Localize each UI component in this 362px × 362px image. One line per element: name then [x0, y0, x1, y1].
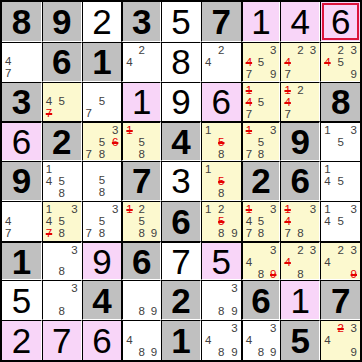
cell-value: 2: [92, 4, 111, 39]
candidate-2: 2: [335, 44, 346, 56]
candidate-grid: 57: [83, 83, 122, 122]
cell-r4c7[interactable]: 13578: [241, 121, 281, 161]
cell-r7c4[interactable]: 6: [121, 241, 161, 281]
candidate-5: 5: [256, 96, 266, 108]
candidate-9: [147, 148, 157, 160]
candidate-6: [266, 56, 276, 68]
candidate-8: 8: [96, 186, 107, 198]
candidate-1: [46, 244, 57, 256]
candidate-8: 8: [256, 148, 266, 160]
cell-r3c4[interactable]: 1: [121, 82, 161, 122]
candidate-6: [227, 175, 238, 187]
cell-r2c6[interactable]: 24: [201, 42, 241, 82]
cell-r5c5[interactable]: 3: [161, 161, 201, 201]
cell-r7c8[interactable]: 2348: [280, 241, 320, 281]
candidate-1: [205, 322, 216, 334]
candidate-7: [324, 346, 335, 358]
candidate-8: [335, 346, 346, 358]
cell-r6c8[interactable]: 13478: [280, 201, 320, 241]
candidate-grid: 489: [123, 321, 160, 360]
candidate-6: [107, 215, 118, 227]
cell-value: 8: [331, 84, 350, 119]
candidate-2: [137, 322, 147, 334]
candidate-3: 3: [227, 322, 238, 334]
candidate-5: [256, 334, 266, 346]
candidate-3: 3: [346, 44, 357, 56]
cell-r6c6[interactable]: 12589: [201, 201, 241, 241]
cell-r8c6[interactable]: 389: [201, 280, 241, 320]
cell-r6c7[interactable]: 134578: [241, 201, 281, 241]
candidate-grid: 35678: [83, 123, 122, 160]
cell-r1c1[interactable]: 8: [2, 2, 42, 42]
candidate-5: 5: [96, 136, 107, 148]
candidate-2: [16, 203, 27, 215]
candidate-3: [27, 44, 38, 55]
cell-r7c6[interactable]: 5: [201, 241, 241, 281]
candidate-2: [96, 163, 107, 174]
candidate-2: [216, 322, 227, 334]
cell-r4c3[interactable]: 35678: [82, 121, 122, 161]
cell-r1c4[interactable]: 3: [121, 2, 161, 42]
candidate-6: [67, 256, 78, 266]
candidate-6: [147, 136, 157, 148]
cell-r9c3[interactable]: 6: [82, 320, 122, 360]
candidate-grid: 38: [43, 243, 81, 280]
candidate-6: [346, 56, 357, 68]
candidate-1: 1: [205, 124, 216, 136]
cell-r6c1[interactable]: 47: [2, 201, 42, 241]
cell-r2c5[interactable]: 8: [161, 42, 201, 82]
candidate-3: 3: [266, 44, 276, 56]
cell-r5c2[interactable]: 1458: [42, 161, 82, 201]
cell-value: 2: [12, 323, 31, 358]
cell-r3c1[interactable]: 3: [2, 82, 42, 122]
candidate-4: [86, 215, 97, 227]
candidate-5: 5: [216, 215, 227, 227]
candidate-5: 5: [256, 215, 266, 227]
cell-r5c8[interactable]: 6: [280, 161, 320, 201]
candidate-1: [86, 84, 97, 96]
cell-r5c9[interactable]: 145: [320, 161, 360, 201]
candidate-8: [96, 107, 107, 119]
candidate-3: [107, 84, 118, 96]
cell-r1c7[interactable]: 1: [241, 2, 281, 42]
candidate-7: [205, 68, 216, 79]
candidate-8: [16, 67, 27, 79]
candidate-8: 8: [216, 346, 227, 358]
candidate-grid: 2347: [281, 43, 319, 81]
cell-value: 1: [251, 4, 270, 39]
candidate-grid: 1247: [281, 83, 319, 122]
candidate-6: [346, 334, 357, 346]
candidate-4: 4: [46, 175, 57, 187]
candidate-6: [147, 56, 157, 68]
cell-r7c2[interactable]: 38: [42, 241, 82, 281]
candidate-7: [86, 186, 97, 198]
candidate-9: [266, 108, 276, 120]
candidate-3: [147, 44, 157, 56]
candidate-8: 8: [137, 148, 147, 160]
candidate-7: [126, 148, 136, 160]
candidate-7: [246, 346, 256, 358]
candidate-5: 5: [56, 95, 67, 107]
candidate-5: 5: [335, 56, 346, 68]
candidate-7: [46, 265, 57, 277]
cell-r1c6[interactable]: 7: [201, 2, 241, 42]
candidate-6: [266, 96, 276, 108]
candidate-7: [205, 227, 216, 239]
candidate-grid: 1457: [243, 83, 280, 122]
cell-r5c7[interactable]: 2: [241, 161, 281, 201]
candidate-grid: 158: [202, 162, 241, 200]
candidate-7: [246, 268, 256, 280]
candidate-3: [346, 163, 357, 175]
cell-r2c8[interactable]: 2347: [280, 42, 320, 82]
candidate-8: 8: [216, 187, 227, 199]
candidate-3: [227, 124, 238, 136]
cell-r9c7[interactable]: 3489: [241, 320, 281, 360]
cell-r4c1[interactable]: 6: [2, 121, 42, 161]
cell-r4c6[interactable]: 158: [201, 121, 241, 161]
candidate-2: [335, 163, 346, 175]
cell-r9c5[interactable]: 1: [161, 320, 201, 360]
candidate-6: [227, 334, 238, 346]
candidate-6: [227, 56, 238, 68]
candidate-8: [137, 68, 147, 79]
cell-value: 5: [12, 283, 31, 318]
cell-r9c1[interactable]: 2: [2, 320, 42, 360]
cell-r7c9[interactable]: 2349: [320, 241, 360, 281]
candidate-6: [346, 215, 357, 227]
candidate-1: 1: [46, 203, 57, 215]
candidate-5: 5: [216, 136, 227, 148]
candidate-2: [256, 203, 266, 215]
candidate-6: [346, 256, 357, 268]
candidate-grid: 3578: [83, 202, 122, 241]
cell-value: 6: [12, 124, 31, 159]
candidate-1: 1: [205, 203, 216, 215]
candidate-2: 2: [216, 44, 227, 56]
cell-value: 6: [251, 283, 270, 318]
cell-value: 2: [171, 283, 190, 318]
candidate-6: [147, 294, 157, 305]
candidate-1: 1: [205, 163, 216, 175]
candidate-9: 9: [346, 346, 357, 358]
cell-r7c5[interactable]: 7: [161, 241, 201, 281]
candidate-3: 3: [346, 203, 357, 215]
candidate-6: [346, 175, 357, 187]
candidate-1: 1: [324, 163, 335, 175]
cell-r9c9[interactable]: 2349: [320, 320, 360, 360]
candidate-8: [335, 187, 346, 198]
candidate-2: [137, 124, 147, 136]
candidate-2: [56, 244, 67, 256]
candidate-7: [324, 187, 335, 198]
cell-r3c3[interactable]: 57: [82, 82, 122, 122]
candidate-4: [205, 294, 216, 305]
candidate-3: 3: [306, 203, 317, 215]
candidate-6: [306, 256, 317, 268]
candidate-8: 8: [295, 268, 306, 280]
cell-r5c6[interactable]: 158: [201, 161, 241, 201]
candidate-7: 7: [46, 227, 57, 239]
cell-r6c9[interactable]: 1345: [320, 201, 360, 241]
candidate-7: 7: [86, 148, 97, 160]
cell-r9c6[interactable]: 3489: [201, 320, 241, 360]
candidate-2: [256, 322, 266, 334]
candidate-5: 5: [216, 175, 227, 187]
cell-value: 6: [132, 244, 151, 279]
candidate-4: [205, 136, 216, 148]
candidate-1: 1: [284, 203, 295, 215]
candidate-6: [266, 256, 276, 268]
candidate-2: [56, 163, 67, 175]
candidate-4: 4: [324, 334, 335, 346]
candidate-9: 9: [346, 268, 357, 280]
candidate-2: 2: [216, 203, 227, 215]
cell-r6c3[interactable]: 3578: [82, 201, 122, 241]
candidate-8: 8: [137, 305, 147, 317]
cell-r5c1[interactable]: 9: [2, 161, 42, 201]
candidate-9: [306, 268, 317, 280]
candidate-5: 5: [137, 136, 147, 148]
candidate-3: 3: [227, 282, 238, 294]
cell-r1c9[interactable]: 6: [320, 2, 360, 42]
candidate-grid: 2348: [281, 243, 319, 280]
candidate-1: [205, 44, 216, 56]
candidate-2: [137, 282, 147, 293]
candidate-3: 3: [67, 203, 78, 215]
candidate-2: [335, 124, 346, 136]
candidate-2: [256, 244, 266, 256]
candidate-8: [335, 68, 346, 80]
candidate-4: 4: [246, 334, 256, 346]
cell-r2c3[interactable]: 1: [82, 42, 122, 82]
candidate-grid: 389: [202, 281, 241, 319]
candidate-3: 3: [266, 203, 276, 215]
candidate-8: [335, 148, 346, 158]
candidate-7: [284, 268, 295, 280]
cell-r1c3[interactable]: 2: [82, 2, 122, 42]
candidate-grid: 23459: [321, 43, 360, 81]
candidate-5: [137, 56, 147, 68]
candidate-8: [295, 68, 306, 80]
candidate-6: [67, 95, 78, 107]
candidate-3: 3: [346, 124, 357, 136]
cell-r8c7[interactable]: 6: [241, 280, 281, 320]
candidate-5: 5: [56, 175, 67, 187]
candidate-3: 3: [266, 244, 276, 256]
candidate-9: [107, 107, 118, 119]
cell-r5c3[interactable]: 58: [82, 161, 122, 201]
candidate-2: [216, 163, 227, 175]
cell-r7c7[interactable]: 3489: [241, 241, 281, 281]
cell-r3c5[interactable]: 9: [161, 82, 201, 122]
candidate-8: 8: [56, 305, 67, 317]
candidate-grid: 3489: [202, 321, 241, 360]
candidate-7: [324, 268, 335, 280]
cell-r3c8[interactable]: 1247: [280, 82, 320, 122]
candidate-5: 5: [96, 174, 107, 186]
candidate-2: 2: [295, 244, 306, 256]
cell-r2c1[interactable]: 47: [2, 42, 42, 82]
candidate-7: 7: [86, 227, 97, 239]
candidate-grid: 3489: [243, 321, 280, 360]
candidate-5: [216, 56, 227, 68]
cell-r8c9[interactable]: 7: [320, 280, 360, 320]
cell-r7c3[interactable]: 9: [82, 241, 122, 281]
candidate-2: [216, 282, 227, 294]
candidate-4: [205, 215, 216, 227]
candidate-4: [126, 294, 136, 305]
cell-r1c8[interactable]: 4: [280, 2, 320, 42]
candidate-9: [346, 187, 357, 198]
candidate-9: [67, 305, 78, 317]
candidate-6: [227, 136, 238, 148]
candidate-3: [227, 44, 238, 56]
candidate-6: [306, 56, 317, 68]
cell-r8c1[interactable]: 5: [2, 280, 42, 320]
cell-r9c8[interactable]: 5: [280, 320, 320, 360]
candidate-4: 4: [324, 56, 335, 68]
candidate-9: 9: [147, 346, 157, 358]
candidate-5: [56, 256, 67, 266]
cell-r3c6[interactable]: 6: [201, 82, 241, 122]
cell-r5c4[interactable]: 7: [121, 161, 161, 201]
candidate-9: [227, 148, 238, 160]
candidate-grid: 3489: [243, 243, 280, 280]
candidate-1: [5, 203, 16, 215]
candidate-4: 4: [284, 96, 295, 108]
candidate-8: 8: [56, 187, 67, 199]
candidate-8: [16, 227, 27, 239]
cell-r6c2[interactable]: 134578: [42, 201, 82, 241]
candidate-4: [46, 256, 57, 266]
candidate-8: 8: [216, 148, 227, 160]
cell-r8c4[interactable]: 89: [121, 280, 161, 320]
cell-r2c7[interactable]: 34579: [241, 42, 281, 82]
candidate-5: [16, 55, 27, 67]
candidate-2: [216, 124, 227, 136]
candidate-7: 7: [5, 67, 16, 79]
candidate-1: [324, 44, 335, 56]
candidate-5: 5: [96, 95, 107, 107]
candidate-4: 4: [246, 215, 256, 227]
candidate-7: [126, 68, 136, 79]
candidate-grid: 2349: [321, 243, 360, 280]
cell-r8c5[interactable]: 2: [161, 280, 201, 320]
candidate-6: [306, 215, 317, 227]
cell-r7c1[interactable]: 1: [2, 241, 42, 281]
cell-r4c2[interactable]: 2: [42, 121, 82, 161]
candidate-5: [335, 256, 346, 268]
cell-r4c8[interactable]: 9: [280, 121, 320, 161]
cell-r4c5[interactable]: 4: [161, 121, 201, 161]
candidate-5: [56, 294, 67, 305]
cell-r2c4[interactable]: 24: [121, 42, 161, 82]
cell-value: 7: [52, 323, 71, 358]
cell-r8c8[interactable]: 1: [280, 280, 320, 320]
candidate-4: 4: [126, 334, 136, 346]
candidate-grid: 89: [123, 281, 160, 319]
cell-r6c4[interactable]: 12589: [121, 201, 161, 241]
cell-r8c2[interactable]: 38: [42, 280, 82, 320]
candidate-2: 2: [295, 44, 306, 56]
candidate-7: 7: [246, 148, 256, 160]
cell-value: 1: [171, 323, 190, 358]
candidate-9: 9: [227, 346, 238, 358]
candidate-2: [56, 84, 67, 96]
cell-r3c9[interactable]: 8: [320, 82, 360, 122]
candidate-4: [126, 136, 136, 148]
candidate-1: [86, 124, 97, 136]
candidate-7: [205, 305, 216, 317]
cell-r3c7[interactable]: 1457: [241, 82, 281, 122]
candidate-2: 2: [137, 44, 147, 56]
candidate-7: 7: [46, 107, 57, 119]
cell-r4c9[interactable]: 135: [320, 121, 360, 161]
candidate-grid: 58: [83, 162, 122, 200]
candidate-1: 1: [246, 203, 256, 215]
candidate-8: [256, 68, 266, 80]
cell-r1c2[interactable]: 9: [42, 2, 82, 42]
cell-value: 4: [291, 4, 310, 39]
candidate-2: 2: [335, 244, 346, 256]
candidate-grid: 13578: [243, 123, 280, 160]
cell-r6c5[interactable]: 6: [161, 201, 201, 241]
candidate-9: 9: [227, 227, 238, 239]
candidate-2: [256, 124, 266, 136]
candidate-4: [86, 136, 97, 148]
cell-value: 9: [12, 163, 31, 198]
cell-r9c2[interactable]: 7: [42, 320, 82, 360]
cell-r1c5[interactable]: 5: [161, 2, 201, 42]
candidate-8: 8: [96, 148, 107, 160]
candidate-4: [46, 294, 57, 305]
cell-r2c2[interactable]: 6: [42, 42, 82, 82]
candidate-4: 4: [284, 256, 295, 268]
cell-r8c3[interactable]: 4: [82, 280, 122, 320]
candidate-1: [5, 44, 16, 55]
candidate-5: 5: [256, 136, 266, 148]
cell-r3c2[interactable]: 457: [42, 82, 82, 122]
candidate-1: [126, 322, 136, 334]
candidate-9: [27, 67, 38, 79]
candidate-4: 4: [46, 215, 57, 227]
candidate-4: [246, 136, 256, 148]
cell-value: 6: [92, 323, 111, 358]
cell-r9c4[interactable]: 489: [121, 320, 161, 360]
candidate-5: 5: [256, 56, 266, 68]
cell-value: 6: [291, 163, 310, 198]
candidate-9: [346, 148, 357, 158]
candidate-5: [295, 215, 306, 227]
candidate-7: 7: [5, 227, 16, 239]
cell-value: 1: [92, 44, 111, 79]
cell-r4c4[interactable]: 158: [121, 121, 161, 161]
cell-r2c9[interactable]: 23459: [320, 42, 360, 82]
candidate-1: [126, 282, 136, 293]
candidate-3: [67, 163, 78, 175]
candidate-grid: 24: [123, 43, 160, 81]
candidate-4: [324, 136, 335, 148]
cell-value: 4: [171, 124, 190, 159]
candidate-9: [67, 265, 78, 277]
candidate-9: 9: [227, 305, 238, 317]
candidate-8: 8: [56, 265, 67, 277]
candidate-5: 5: [335, 175, 346, 187]
cell-value: 1: [132, 84, 151, 119]
